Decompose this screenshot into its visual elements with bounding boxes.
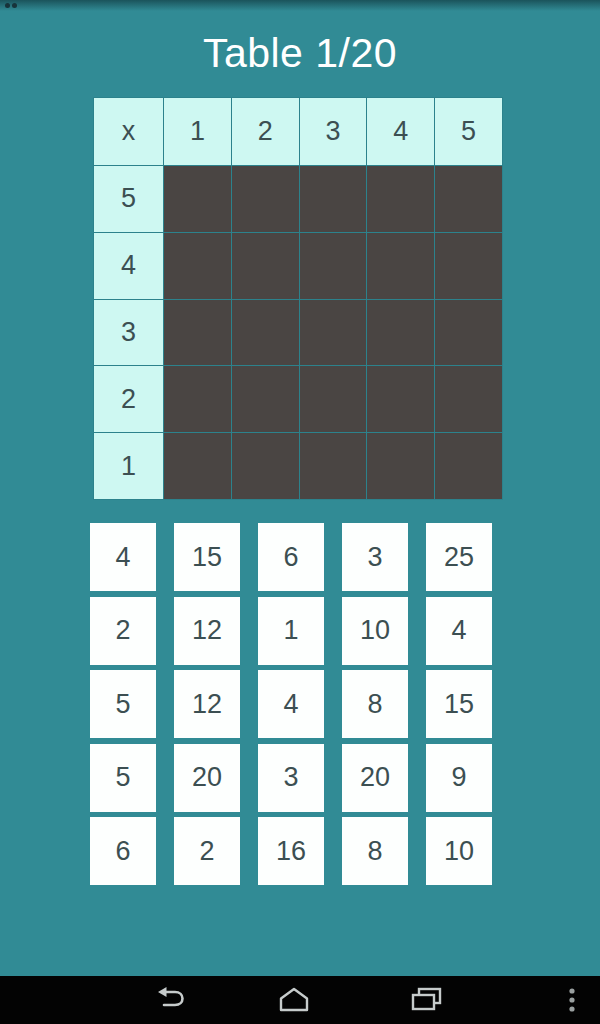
answer-tile[interactable]: 4 [90,523,156,591]
board-cell[interactable] [232,233,299,299]
board-cell[interactable] [300,300,367,366]
board-cell[interactable] [164,433,231,499]
back-icon[interactable] [152,985,188,1015]
answer-tile[interactable]: 6 [90,817,156,885]
board-cell[interactable] [367,366,434,432]
answer-tile[interactable]: 8 [342,670,408,738]
answer-tile[interactable]: 16 [258,817,324,885]
board-cell[interactable] [164,300,231,366]
overflow-menu-icon[interactable] [568,986,576,1014]
status-bar [0,0,600,11]
board-cell[interactable] [300,366,367,432]
board-cell[interactable] [435,233,502,299]
board-row-header-2: 2 [94,366,163,432]
answer-tile[interactable]: 10 [342,597,408,665]
board-row-header-4: 4 [94,233,163,299]
answer-tile[interactable]: 15 [174,523,240,591]
board-col-header-3: 3 [300,98,367,165]
board-corner-cell: x [94,98,163,165]
board-col-header-5: 5 [435,98,502,165]
home-icon[interactable] [278,985,310,1015]
android-nav-bar [0,976,600,1024]
answer-tile[interactable]: 12 [174,597,240,665]
notification-dot-icon [5,3,10,8]
board-cell[interactable] [232,366,299,432]
answer-tile[interactable]: 20 [342,744,408,812]
board-cell[interactable] [164,166,231,232]
answer-tile[interactable]: 20 [174,744,240,812]
answer-tile[interactable]: 9 [426,744,492,812]
board-cell[interactable] [367,233,434,299]
board-cell[interactable] [300,433,367,499]
answer-tile[interactable]: 4 [426,597,492,665]
board-col-header-1: 1 [164,98,231,165]
board-row-header-5: 5 [94,166,163,232]
board: x1234554321 [93,97,503,500]
answer-tile[interactable]: 25 [426,523,492,591]
board-cell[interactable] [300,166,367,232]
answer-tile[interactable]: 15 [426,670,492,738]
answer-tile[interactable]: 5 [90,670,156,738]
answer-tile[interactable]: 8 [342,817,408,885]
answer-tile[interactable]: 3 [342,523,408,591]
board-cell[interactable] [435,433,502,499]
board-cell[interactable] [367,300,434,366]
answer-tile[interactable]: 1 [258,597,324,665]
answer-tile[interactable]: 4 [258,670,324,738]
board-row-header-1: 1 [94,433,163,499]
answer-tile[interactable]: 3 [258,744,324,812]
board-cell[interactable] [232,300,299,366]
answer-tile[interactable]: 2 [174,817,240,885]
answer-tile[interactable]: 12 [174,670,240,738]
answer-tile[interactable]: 10 [426,817,492,885]
answer-tile[interactable]: 6 [258,523,324,591]
board-col-header-2: 2 [232,98,299,165]
board-cell[interactable] [300,233,367,299]
board-col-header-4: 4 [367,98,434,165]
board-cell[interactable] [435,300,502,366]
board-row-header-3: 3 [94,300,163,366]
answer-tile[interactable]: 2 [90,597,156,665]
board-cell[interactable] [232,433,299,499]
page-title: Table 1/20 [0,30,600,77]
board-cell[interactable] [164,366,231,432]
board-cell[interactable] [232,166,299,232]
recents-icon[interactable] [410,985,442,1015]
board-cell[interactable] [367,433,434,499]
board-cell[interactable] [435,166,502,232]
board-cell[interactable] [367,166,434,232]
board-cell[interactable] [435,366,502,432]
notification-dot-icon [12,3,17,8]
answer-tile[interactable]: 5 [90,744,156,812]
board-cell[interactable] [164,233,231,299]
answer-tile-rack: 41563252121104512481552032096216810 [90,523,492,885]
